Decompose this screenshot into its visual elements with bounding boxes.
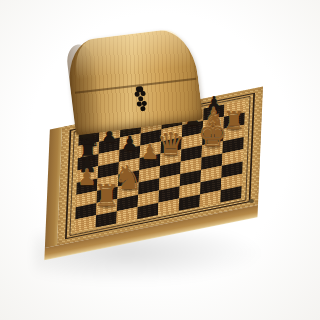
piece-white-pawn-d5: ♟ [141, 142, 160, 163]
piece-black-pawn-c6: ♟ [121, 135, 139, 155]
wooden-chest [65, 27, 204, 136]
clasp-icon [131, 85, 150, 109]
piece-white-rook-b2: ♜ [93, 181, 120, 211]
piece-white-queen-e5: ♛ [156, 128, 185, 160]
product-photo: ♛♚♝♞♟♞♟♟♜♟♟♟♜♞♚♛♟♟♞♜ [0, 0, 320, 320]
piece-white-king-g5: ♚ [197, 118, 227, 152]
